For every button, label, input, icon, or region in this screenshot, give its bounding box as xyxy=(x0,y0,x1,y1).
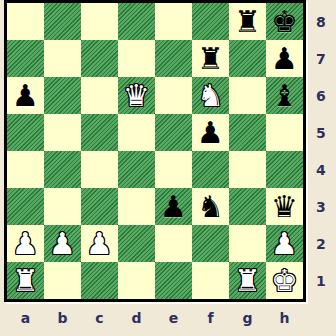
square-b7[interactable] xyxy=(44,40,81,77)
square-e6[interactable] xyxy=(155,77,192,114)
square-c6[interactable] xyxy=(81,77,118,114)
rank-label-4: 4 xyxy=(308,151,334,188)
square-a6[interactable]: ♟ xyxy=(7,77,44,114)
square-a7[interactable] xyxy=(7,40,44,77)
square-e7[interactable] xyxy=(155,40,192,77)
white-pawn-c2[interactable]: ♟ xyxy=(81,225,118,262)
white-queen-d6[interactable]: ♛ xyxy=(118,77,155,114)
square-b1[interactable] xyxy=(44,262,81,299)
square-c1[interactable] xyxy=(81,262,118,299)
square-d3[interactable] xyxy=(118,188,155,225)
square-b5[interactable] xyxy=(44,114,81,151)
rank-label-2: 2 xyxy=(308,225,334,262)
file-label-e: e xyxy=(155,304,192,332)
square-h1[interactable]: ♚ xyxy=(266,262,303,299)
black-king-h8[interactable]: ♚ xyxy=(266,3,303,40)
black-knight-f3[interactable]: ♞ xyxy=(192,188,229,225)
square-d2[interactable] xyxy=(118,225,155,262)
square-d6[interactable]: ♛ xyxy=(118,77,155,114)
square-g4[interactable] xyxy=(229,151,266,188)
black-queen-h3[interactable]: ♛ xyxy=(266,188,303,225)
chess-board[interactable]: ♜♚♜♟♟♛♞♝♟♟♞♛♟♟♟♟♜♜♚ xyxy=(7,3,303,299)
white-rook-g1[interactable]: ♜ xyxy=(229,262,266,299)
file-label-g: g xyxy=(229,304,266,332)
black-pawn-h7[interactable]: ♟ xyxy=(266,40,303,77)
square-d7[interactable] xyxy=(118,40,155,77)
white-pawn-a2[interactable]: ♟ xyxy=(7,225,44,262)
square-h3[interactable]: ♛ xyxy=(266,188,303,225)
square-b3[interactable] xyxy=(44,188,81,225)
square-a3[interactable] xyxy=(7,188,44,225)
rank-label-6: 6 xyxy=(308,77,334,114)
square-h7[interactable]: ♟ xyxy=(266,40,303,77)
file-label-d: d xyxy=(118,304,155,332)
square-c2[interactable]: ♟ xyxy=(81,225,118,262)
square-h4[interactable] xyxy=(266,151,303,188)
square-d8[interactable] xyxy=(118,3,155,40)
square-g5[interactable] xyxy=(229,114,266,151)
square-g8[interactable]: ♜ xyxy=(229,3,266,40)
square-f6[interactable]: ♞ xyxy=(192,77,229,114)
white-knight-f6[interactable]: ♞ xyxy=(192,77,229,114)
square-f4[interactable] xyxy=(192,151,229,188)
square-b2[interactable]: ♟ xyxy=(44,225,81,262)
black-pawn-f5[interactable]: ♟ xyxy=(192,114,229,151)
square-e3[interactable]: ♟ xyxy=(155,188,192,225)
file-label-a: a xyxy=(7,304,44,332)
white-pawn-b2[interactable]: ♟ xyxy=(44,225,81,262)
file-label-b: b xyxy=(44,304,81,332)
square-a8[interactable] xyxy=(7,3,44,40)
square-b4[interactable] xyxy=(44,151,81,188)
file-labels: abcdefgh xyxy=(7,304,303,332)
square-h5[interactable] xyxy=(266,114,303,151)
square-f7[interactable]: ♜ xyxy=(192,40,229,77)
black-pawn-a6[interactable]: ♟ xyxy=(7,77,44,114)
square-a2[interactable]: ♟ xyxy=(7,225,44,262)
square-f1[interactable] xyxy=(192,262,229,299)
square-d4[interactable] xyxy=(118,151,155,188)
square-c4[interactable] xyxy=(81,151,118,188)
square-g1[interactable]: ♜ xyxy=(229,262,266,299)
rank-label-7: 7 xyxy=(308,40,334,77)
square-e4[interactable] xyxy=(155,151,192,188)
file-label-c: c xyxy=(81,304,118,332)
square-d1[interactable] xyxy=(118,262,155,299)
rank-label-3: 3 xyxy=(308,188,334,225)
square-e5[interactable] xyxy=(155,114,192,151)
black-rook-f7[interactable]: ♜ xyxy=(192,40,229,77)
black-rook-g8[interactable]: ♜ xyxy=(229,3,266,40)
square-e8[interactable] xyxy=(155,3,192,40)
file-label-f: f xyxy=(192,304,229,332)
square-f3[interactable]: ♞ xyxy=(192,188,229,225)
square-e1[interactable] xyxy=(155,262,192,299)
square-c3[interactable] xyxy=(81,188,118,225)
square-g2[interactable] xyxy=(229,225,266,262)
rank-label-1: 1 xyxy=(308,262,334,299)
file-label-h: h xyxy=(266,304,303,332)
square-g7[interactable] xyxy=(229,40,266,77)
white-king-h1[interactable]: ♚ xyxy=(266,262,303,299)
square-f5[interactable]: ♟ xyxy=(192,114,229,151)
square-d5[interactable] xyxy=(118,114,155,151)
square-h6[interactable]: ♝ xyxy=(266,77,303,114)
rank-label-8: 8 xyxy=(308,3,334,40)
white-rook-a1[interactable]: ♜ xyxy=(7,262,44,299)
square-f8[interactable] xyxy=(192,3,229,40)
black-bishop-h6[interactable]: ♝ xyxy=(266,77,303,114)
square-a5[interactable] xyxy=(7,114,44,151)
chess-board-frame: ♜♚♜♟♟♛♞♝♟♟♞♛♟♟♟♟♜♜♚ xyxy=(4,0,306,302)
square-a4[interactable] xyxy=(7,151,44,188)
square-c7[interactable] xyxy=(81,40,118,77)
white-pawn-h2[interactable]: ♟ xyxy=(266,225,303,262)
square-b6[interactable] xyxy=(44,77,81,114)
square-e2[interactable] xyxy=(155,225,192,262)
square-h8[interactable]: ♚ xyxy=(266,3,303,40)
square-h2[interactable]: ♟ xyxy=(266,225,303,262)
square-g6[interactable] xyxy=(229,77,266,114)
square-c8[interactable] xyxy=(81,3,118,40)
square-f2[interactable] xyxy=(192,225,229,262)
black-pawn-e3[interactable]: ♟ xyxy=(155,188,192,225)
square-c5[interactable] xyxy=(81,114,118,151)
rank-label-5: 5 xyxy=(308,114,334,151)
square-b8[interactable] xyxy=(44,3,81,40)
square-g3[interactable] xyxy=(229,188,266,225)
chess-diagram: ♜♚♜♟♟♛♞♝♟♟♞♛♟♟♟♟♜♜♚ abcdefgh 87654321 xyxy=(0,0,336,336)
rank-labels: 87654321 xyxy=(308,3,334,299)
square-a1[interactable]: ♜ xyxy=(7,262,44,299)
